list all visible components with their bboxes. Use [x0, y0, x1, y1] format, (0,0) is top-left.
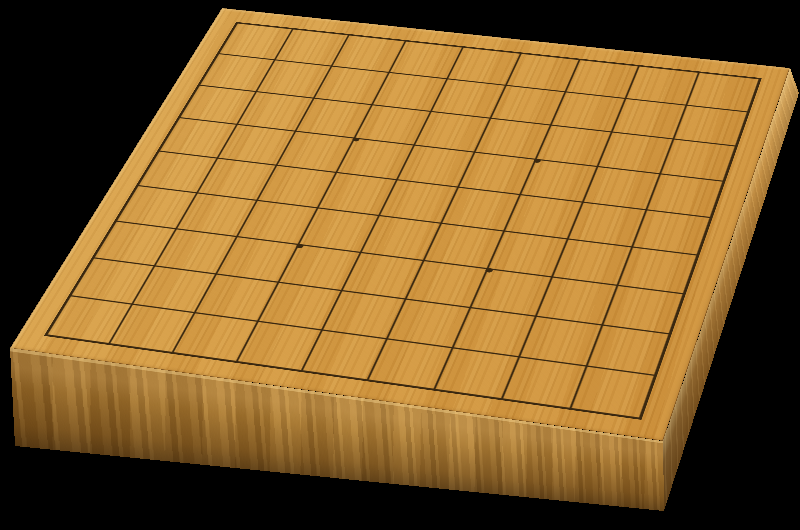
- board-grid: [44, 22, 762, 420]
- photo-stage: [0, 0, 800, 530]
- board-cell[interactable]: [570, 366, 655, 418]
